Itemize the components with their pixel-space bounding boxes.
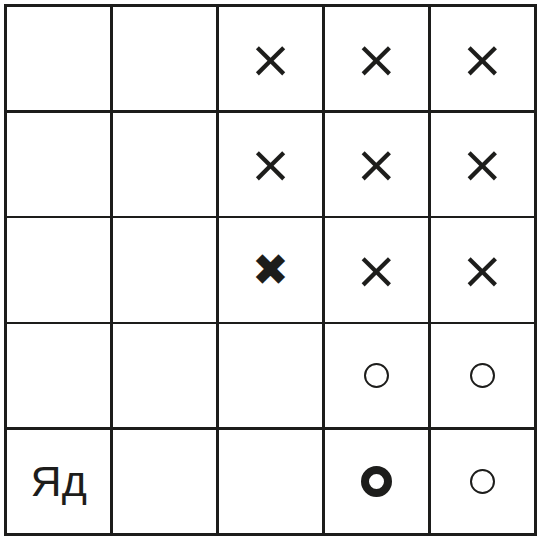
cell-r5c1[interactable]: Яд (7, 430, 110, 533)
cross-mark: × (461, 33, 505, 85)
cell-r2c4[interactable]: × (325, 113, 428, 216)
cell-r2c1[interactable] (7, 113, 110, 216)
cross-mark: × (249, 33, 293, 85)
cell-r2c3[interactable]: × (219, 113, 322, 216)
cell-r3c1[interactable] (7, 218, 110, 321)
cell-r3c3[interactable]: ✖ (219, 218, 322, 321)
cell-r2c5[interactable]: × (431, 113, 534, 216)
cell-r4c4[interactable] (325, 324, 428, 427)
heavy-circle-mark (361, 466, 392, 497)
cell-r5c3[interactable] (219, 430, 322, 533)
cell-r3c5[interactable]: × (431, 218, 534, 321)
game-board: ××××××✖××Яд (4, 4, 537, 536)
cell-r3c4[interactable]: × (325, 218, 428, 321)
heavy-cross-mark: ✖ (252, 248, 289, 292)
cell-r4c1[interactable] (7, 324, 110, 427)
cell-text-label: Яд (31, 460, 87, 503)
cell-r3c2[interactable] (113, 218, 216, 321)
cross-mark: × (355, 244, 399, 296)
cell-r4c3[interactable] (219, 324, 322, 427)
circle-mark (470, 363, 495, 388)
cell-r1c3[interactable]: × (219, 7, 322, 110)
cell-r1c2[interactable] (113, 7, 216, 110)
circle-mark (470, 469, 495, 494)
cell-r1c1[interactable] (7, 7, 110, 110)
cross-mark: × (461, 138, 505, 190)
cross-mark: × (249, 138, 293, 190)
cell-r1c4[interactable]: × (325, 7, 428, 110)
cell-r1c5[interactable]: × (431, 7, 534, 110)
cell-r4c5[interactable] (431, 324, 534, 427)
cross-mark: × (461, 244, 505, 296)
cell-r5c2[interactable] (113, 430, 216, 533)
cross-mark: × (355, 138, 399, 190)
cell-r5c5[interactable] (431, 430, 534, 533)
cell-r2c2[interactable] (113, 113, 216, 216)
cell-r4c2[interactable] (113, 324, 216, 427)
cell-r5c4[interactable] (325, 430, 428, 533)
circle-mark (364, 363, 389, 388)
cross-mark: × (355, 33, 399, 85)
